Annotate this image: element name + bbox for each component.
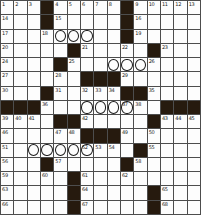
- cell-r15c14[interactable]: [174, 201, 187, 215]
- cell-r13c12[interactable]: [148, 172, 161, 186]
- cell-r11c9[interactable]: 54: [108, 144, 121, 158]
- cell-r5c8[interactable]: [94, 58, 107, 72]
- cell-r4c5[interactable]: [54, 44, 67, 58]
- block-r15c6: [68, 201, 81, 215]
- clue-number: 68: [162, 201, 168, 207]
- cell-r6c15[interactable]: [188, 72, 201, 86]
- cell-r6c5[interactable]: 28: [54, 72, 67, 86]
- block-r2c10: [121, 15, 134, 29]
- cell-r3c1[interactable]: 17: [1, 30, 14, 44]
- cell-r12c6[interactable]: [68, 158, 81, 172]
- circle-marker: [28, 144, 39, 156]
- clue-number: 45: [189, 115, 195, 121]
- clue-number: 41: [29, 115, 35, 121]
- block-r6c9: [108, 72, 121, 86]
- cell-r7c3[interactable]: [28, 87, 41, 101]
- cell-r12c8[interactable]: [94, 158, 107, 172]
- cell-r11c4[interactable]: [41, 144, 54, 158]
- block-r2c4: [41, 15, 54, 29]
- cell-r6c3[interactable]: [28, 72, 41, 86]
- cell-r6c1[interactable]: 27: [1, 72, 14, 86]
- cell-r4c15[interactable]: [188, 44, 201, 58]
- cell-r4c4[interactable]: [41, 44, 54, 58]
- cell-r11c13[interactable]: [161, 144, 174, 158]
- cell-r9c14[interactable]: 44: [174, 115, 187, 129]
- circle-marker: [55, 144, 66, 156]
- block-r6c8: [94, 72, 107, 86]
- cell-r14c11[interactable]: [134, 186, 147, 200]
- circle-marker: [81, 144, 92, 156]
- cell-r8c9[interactable]: [108, 101, 121, 115]
- block-r7c11: [134, 87, 147, 101]
- clue-number: 61: [82, 172, 88, 178]
- cell-r13c7[interactable]: 61: [81, 172, 94, 186]
- cell-r6c12[interactable]: [148, 72, 161, 86]
- cell-r15c15[interactable]: [188, 201, 201, 215]
- block-r4c6: [68, 44, 81, 58]
- cell-r6c10[interactable]: 29: [121, 72, 134, 86]
- crossword-board: 1234567891011121314151617181920212223242…: [0, 0, 201, 215]
- clue-number: 39: [2, 115, 8, 121]
- cell-r9c8[interactable]: [94, 115, 107, 129]
- clue-number: 1: [2, 1, 5, 7]
- clue-number: 65: [162, 186, 168, 192]
- cell-r4c3[interactable]: [28, 44, 41, 58]
- circle-marker: [95, 101, 106, 113]
- clue-number: 37: [122, 101, 128, 107]
- cell-r15c8[interactable]: [94, 201, 107, 215]
- cell-r14c3[interactable]: [28, 186, 41, 200]
- cell-r11c1[interactable]: 51: [1, 144, 14, 158]
- cell-r10c4[interactable]: [41, 129, 54, 143]
- circle-marker: [81, 30, 92, 42]
- cell-r10c13[interactable]: [161, 129, 174, 143]
- clue-number: 27: [2, 72, 8, 78]
- block-r9c6: [68, 115, 81, 129]
- cell-r15c9[interactable]: [108, 201, 121, 215]
- clue-number: 47: [55, 129, 61, 135]
- circle-marker: [121, 101, 132, 113]
- cell-r1c14[interactable]: 12: [174, 1, 187, 15]
- cell-r10c15[interactable]: [188, 129, 201, 143]
- block-r7c10: [121, 87, 134, 101]
- cell-r9c4[interactable]: [41, 115, 54, 129]
- clue-number: 63: [2, 186, 8, 192]
- clue-number: 8: [109, 1, 112, 7]
- cell-r7c7[interactable]: 32: [81, 87, 94, 101]
- block-r10c7: [81, 129, 94, 143]
- cell-r14c10[interactable]: [121, 186, 134, 200]
- cell-r3c4[interactable]: 18: [41, 30, 54, 44]
- block-r6c7: [81, 72, 94, 86]
- cell-r13c4[interactable]: 60: [41, 172, 54, 186]
- cell-r2c12[interactable]: [148, 15, 161, 29]
- clue-number: 11: [162, 1, 168, 7]
- cell-r15c3[interactable]: [28, 201, 41, 215]
- cell-r9c11[interactable]: [134, 115, 147, 129]
- cell-r11c10[interactable]: [121, 144, 134, 158]
- cell-r2c8[interactable]: [94, 15, 107, 29]
- cell-r1c15[interactable]: 13: [188, 1, 201, 15]
- crossword-puzzle: 1234567891011121314151617181920212223242…: [0, 0, 201, 215]
- clue-number: 3: [29, 1, 32, 7]
- cell-r11c15[interactable]: [188, 144, 201, 158]
- clue-number: 5: [69, 1, 72, 7]
- block-r9c5: [54, 115, 67, 129]
- clue-number: 32: [82, 87, 88, 93]
- cell-r8c8[interactable]: [94, 101, 107, 115]
- cell-r8c6[interactable]: [68, 101, 81, 115]
- cell-r1c5[interactable]: 4: [54, 1, 67, 15]
- clue-number: 26: [149, 58, 155, 64]
- cell-r2c11[interactable]: 16: [134, 15, 147, 29]
- cell-r1c9[interactable]: 8: [108, 1, 121, 15]
- cell-r8c4[interactable]: 36: [41, 101, 54, 115]
- block-r12c10: [121, 158, 134, 172]
- clue-number: 22: [122, 44, 128, 50]
- cell-r3c15[interactable]: [188, 30, 201, 44]
- cell-r13c10[interactable]: 62: [121, 172, 134, 186]
- cell-r15c10[interactable]: [121, 201, 134, 215]
- cell-r11c3[interactable]: [28, 144, 41, 158]
- cell-r14c13[interactable]: 65: [161, 186, 174, 200]
- block-r11c11: [134, 144, 147, 158]
- cell-r12c14[interactable]: [174, 158, 187, 172]
- cell-r4c8[interactable]: [94, 44, 107, 58]
- cell-r3c6[interactable]: [68, 30, 81, 44]
- circle-marker: [108, 59, 119, 71]
- cell-r9c2[interactable]: 40: [14, 115, 27, 129]
- cell-r6c14[interactable]: [174, 72, 187, 86]
- circle-marker: [41, 144, 52, 156]
- cell-r3c5[interactable]: [54, 30, 67, 44]
- block-r3c10: [121, 30, 134, 44]
- circle-marker: [68, 30, 79, 42]
- cell-r10c3[interactable]: [28, 129, 41, 143]
- block-r8c3: [28, 101, 41, 115]
- clue-number: 60: [42, 172, 48, 178]
- clue-number: 66: [2, 201, 8, 207]
- clue-number: 58: [135, 158, 141, 164]
- cell-r5c10[interactable]: [121, 58, 134, 72]
- cell-r9c1[interactable]: 39: [1, 115, 14, 129]
- block-r10c9: [108, 129, 121, 143]
- cell-r13c11[interactable]: [134, 172, 147, 186]
- cell-r2c5[interactable]: 15: [54, 15, 67, 29]
- cell-r14c15[interactable]: [188, 186, 201, 200]
- cell-r8c11[interactable]: 38: [134, 101, 147, 115]
- cell-r6c11[interactable]: [134, 72, 147, 86]
- cell-r7c12[interactable]: 35: [148, 87, 161, 101]
- block-r10c8: [94, 129, 107, 143]
- cell-r7c2[interactable]: [14, 87, 27, 101]
- cell-r7c1[interactable]: 30: [1, 87, 14, 101]
- clue-number: 34: [109, 87, 115, 93]
- cell-r4c1[interactable]: 20: [1, 44, 14, 58]
- cell-r3c2[interactable]: [14, 30, 27, 44]
- cell-r4c9[interactable]: [108, 44, 121, 58]
- clue-number: 16: [135, 15, 141, 21]
- block-r15c12: [148, 201, 161, 215]
- cell-r3c8[interactable]: [94, 30, 107, 44]
- cell-r4c11[interactable]: [134, 44, 147, 58]
- cell-r12c15[interactable]: [188, 158, 201, 172]
- circle-marker: [68, 144, 79, 156]
- circle-marker: [55, 30, 66, 42]
- cell-r14c1[interactable]: 63: [1, 186, 14, 200]
- cell-r11c12[interactable]: 55: [148, 144, 161, 158]
- cell-r14c14[interactable]: [174, 186, 187, 200]
- cell-r13c2[interactable]: [14, 172, 27, 186]
- cell-r15c4[interactable]: [41, 201, 54, 215]
- clue-number: 35: [149, 87, 155, 93]
- cell-r7c8[interactable]: 33: [94, 87, 107, 101]
- cell-r13c1[interactable]: 59: [1, 172, 14, 186]
- cell-r15c5[interactable]: [54, 201, 67, 215]
- clue-number: 49: [122, 129, 128, 135]
- cell-r9c15[interactable]: 45: [188, 115, 201, 129]
- cell-r2c7[interactable]: [81, 15, 94, 29]
- cell-r15c7[interactable]: 67: [81, 201, 94, 215]
- block-r8c13: [161, 101, 174, 115]
- cell-r5c2[interactable]: [14, 58, 27, 72]
- cell-r14c7[interactable]: 64: [81, 186, 94, 200]
- cell-r4c14[interactable]: [174, 44, 187, 58]
- cell-r3c14[interactable]: [174, 30, 187, 44]
- cell-r7c6[interactable]: [68, 87, 81, 101]
- cell-r9c9[interactable]: [108, 115, 121, 129]
- cell-r2c3[interactable]: [28, 15, 41, 29]
- clue-number: 14: [2, 15, 8, 21]
- cell-r7c5[interactable]: 31: [54, 87, 67, 101]
- cell-r12c11[interactable]: 58: [134, 158, 147, 172]
- clue-number: 57: [55, 158, 61, 164]
- cell-r6c6[interactable]: [68, 72, 81, 86]
- clue-number: 23: [162, 44, 168, 50]
- cell-r8c10[interactable]: 37: [121, 101, 134, 115]
- cell-r15c13[interactable]: 68: [161, 201, 174, 215]
- cell-r13c15[interactable]: [188, 172, 201, 186]
- clue-number: 54: [109, 144, 115, 150]
- cell-r13c5[interactable]: [54, 172, 67, 186]
- circle-marker: [135, 59, 146, 71]
- cell-r1c6[interactable]: 5: [68, 1, 81, 15]
- cell-r5c6[interactable]: 25: [68, 58, 81, 72]
- clue-number: 51: [2, 144, 8, 150]
- cell-r6c13[interactable]: [161, 72, 174, 86]
- cell-r15c1[interactable]: 66: [1, 201, 14, 215]
- cell-r2c13[interactable]: [161, 15, 174, 29]
- block-r12c4: [41, 158, 54, 172]
- cell-r1c12[interactable]: 10: [148, 1, 161, 15]
- cell-r12c2[interactable]: [14, 158, 27, 172]
- cell-r14c2[interactable]: [14, 186, 27, 200]
- cell-r9c10[interactable]: [121, 115, 134, 129]
- block-r8c1: [1, 101, 14, 115]
- clue-number: 9: [135, 1, 138, 7]
- cell-r14c8[interactable]: [94, 186, 107, 200]
- cell-r10c1[interactable]: 46: [1, 129, 14, 143]
- cell-r9c13[interactable]: 43: [161, 115, 174, 129]
- cell-r13c14[interactable]: [174, 172, 187, 186]
- cell-r4c7[interactable]: 21: [81, 44, 94, 58]
- cell-r10c11[interactable]: [134, 129, 147, 143]
- block-r5c5: [54, 58, 67, 72]
- block-r14c6: [68, 186, 81, 200]
- cell-r7c15[interactable]: [188, 87, 201, 101]
- clue-number: 59: [2, 172, 8, 178]
- cell-r15c2[interactable]: [14, 201, 27, 215]
- cell-r11c8[interactable]: 53: [94, 144, 107, 158]
- cell-r1c13[interactable]: 11: [161, 1, 174, 15]
- clue-number: 15: [55, 15, 61, 21]
- block-r9c12: [148, 115, 161, 129]
- circle-marker: [81, 101, 92, 113]
- cell-r11c6[interactable]: [68, 144, 81, 158]
- clue-number: 13: [189, 1, 195, 7]
- cell-r13c9[interactable]: [108, 172, 121, 186]
- cell-r2c6[interactable]: [68, 15, 81, 29]
- cell-r3c3[interactable]: [28, 30, 41, 44]
- cell-r15c11[interactable]: [134, 201, 147, 215]
- cell-r5c7[interactable]: [81, 58, 94, 72]
- clue-number: 50: [149, 129, 155, 135]
- clue-number: 12: [175, 1, 181, 7]
- cell-r12c12[interactable]: [148, 158, 161, 172]
- cell-r8c12[interactable]: [148, 101, 161, 115]
- clue-number: 56: [2, 158, 8, 164]
- cell-r5c11[interactable]: [134, 58, 147, 72]
- cell-r1c11[interactable]: 9: [134, 1, 147, 15]
- clue-number: 18: [42, 30, 48, 36]
- cell-r1c2[interactable]: 2: [14, 1, 27, 15]
- cell-r2c15[interactable]: [188, 15, 201, 29]
- cell-r5c3[interactable]: [28, 58, 41, 72]
- clue-number: 20: [2, 44, 8, 50]
- cell-r10c10[interactable]: 49: [121, 129, 134, 143]
- cell-r3c9[interactable]: [108, 30, 121, 44]
- cell-r12c5[interactable]: 57: [54, 158, 67, 172]
- clue-number: 19: [135, 30, 141, 36]
- cell-r7c13[interactable]: [161, 87, 174, 101]
- cell-r12c1[interactable]: 56: [1, 158, 14, 172]
- clue-number: 62: [122, 172, 128, 178]
- cell-r2c9[interactable]: [108, 15, 121, 29]
- clue-number: 44: [175, 115, 181, 121]
- cell-r13c8[interactable]: [94, 172, 107, 186]
- cell-r12c9[interactable]: [108, 158, 121, 172]
- cell-r11c5[interactable]: [54, 144, 67, 158]
- cell-r13c13[interactable]: [161, 172, 174, 186]
- cell-r3c7[interactable]: [81, 30, 94, 44]
- cell-r5c13[interactable]: [161, 58, 174, 72]
- clue-number: 67: [82, 201, 88, 207]
- clue-number: 52: [82, 144, 88, 150]
- cell-r2c1[interactable]: 14: [1, 15, 14, 29]
- cell-r14c4[interactable]: [41, 186, 54, 200]
- clue-number: 24: [2, 58, 8, 64]
- clue-number: 40: [15, 115, 21, 121]
- cell-r10c2[interactable]: [14, 129, 27, 143]
- cell-r5c12[interactable]: 26: [148, 58, 161, 72]
- cell-r13c3[interactable]: [28, 172, 41, 186]
- cell-r1c3[interactable]: 3: [28, 1, 41, 15]
- cell-r8c7[interactable]: [81, 101, 94, 115]
- cell-r14c5[interactable]: [54, 186, 67, 200]
- block-r8c2: [14, 101, 27, 115]
- cell-r4c2[interactable]: [14, 44, 27, 58]
- cell-r3c11[interactable]: 19: [134, 30, 147, 44]
- cell-r10c6[interactable]: 48: [68, 129, 81, 143]
- cell-r10c12[interactable]: 50: [148, 129, 161, 143]
- cell-r12c13[interactable]: [161, 158, 174, 172]
- cell-r5c15[interactable]: [188, 58, 201, 72]
- clue-number: 6: [82, 1, 85, 7]
- cell-r14c9[interactable]: [108, 186, 121, 200]
- clue-number: 43: [162, 115, 168, 121]
- cell-r10c14[interactable]: [174, 129, 187, 143]
- cell-r4c10[interactable]: 22: [121, 44, 134, 58]
- cell-r6c4[interactable]: [41, 72, 54, 86]
- cell-r9c3[interactable]: 41: [28, 115, 41, 129]
- block-r1c10: [121, 1, 134, 15]
- cell-r5c14[interactable]: [174, 58, 187, 72]
- clue-number: 42: [82, 115, 88, 121]
- block-r8c14: [174, 101, 187, 115]
- cell-r9c7[interactable]: 42: [81, 115, 94, 129]
- cell-r5c1[interactable]: 24: [1, 58, 14, 72]
- cell-r5c4[interactable]: [41, 58, 54, 72]
- cell-r12c7[interactable]: [81, 158, 94, 172]
- cell-r7c14[interactable]: [174, 87, 187, 101]
- cell-r4c13[interactable]: 23: [161, 44, 174, 58]
- cell-r6c2[interactable]: [14, 72, 27, 86]
- clue-number: 55: [149, 144, 155, 150]
- circle-marker: [108, 101, 119, 113]
- cell-r11c14[interactable]: [174, 144, 187, 158]
- clue-number: 25: [69, 58, 75, 64]
- clue-number: 10: [149, 1, 155, 7]
- block-r13c6: [68, 172, 81, 186]
- clue-number: 17: [2, 30, 8, 36]
- cell-r3c12[interactable]: [148, 30, 161, 44]
- cell-r1c8[interactable]: 7: [94, 1, 107, 15]
- clue-number: 53: [95, 144, 101, 150]
- cell-r10c5[interactable]: 47: [54, 129, 67, 143]
- cell-r1c7[interactable]: 6: [81, 1, 94, 15]
- cell-r3c13[interactable]: [161, 30, 174, 44]
- cell-r8c5[interactable]: [54, 101, 67, 115]
- cell-r1c1[interactable]: 1: [1, 1, 14, 15]
- clue-number: 36: [42, 101, 48, 107]
- cell-r11c7[interactable]: 52: [81, 144, 94, 158]
- clue-number: 64: [82, 186, 88, 192]
- block-r7c4: [41, 87, 54, 101]
- cell-r12c3[interactable]: [28, 158, 41, 172]
- cell-r2c14[interactable]: [174, 15, 187, 29]
- clue-number: 29: [122, 72, 128, 78]
- cell-r2c2[interactable]: [14, 15, 27, 29]
- clue-number: 28: [55, 72, 61, 78]
- clue-number: 4: [55, 1, 58, 7]
- block-r1c4: [41, 1, 54, 15]
- clue-number: 2: [15, 1, 18, 7]
- cell-r5c9[interactable]: [108, 58, 121, 72]
- cell-r7c9[interactable]: 34: [108, 87, 121, 101]
- cell-r11c2[interactable]: [14, 144, 27, 158]
- block-r14c12: [148, 186, 161, 200]
- clue-number: 48: [69, 129, 75, 135]
